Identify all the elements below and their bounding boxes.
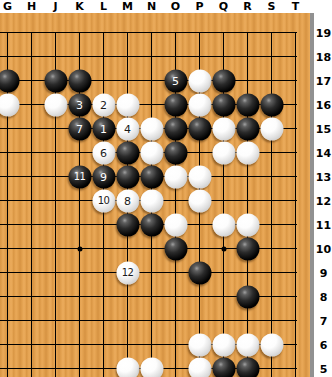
column-label-Q: Q	[219, 0, 228, 13]
stone-white-J16[interactable]	[44, 93, 67, 116]
stone-black-S16[interactable]	[260, 93, 283, 116]
stone-black-O10[interactable]	[164, 237, 187, 260]
column-label-S: S	[268, 0, 276, 13]
stone-white-M5[interactable]	[116, 357, 139, 377]
row-label-15: 15	[315, 122, 332, 135]
row-label-18: 18	[315, 50, 332, 63]
stone-white-M9[interactable]: 12	[116, 261, 139, 284]
stone-black-R15[interactable]	[236, 117, 259, 140]
stone-white-S6[interactable]	[260, 333, 283, 356]
stone-white-P6[interactable]	[188, 333, 211, 356]
row-label-17: 17	[315, 74, 332, 87]
stone-white-M12[interactable]: 8	[116, 189, 139, 212]
row-label-16: 16	[315, 98, 332, 111]
stone-black-P9[interactable]	[188, 261, 211, 284]
grid-hline-7	[0, 320, 297, 321]
stone-black-N11[interactable]	[140, 213, 163, 236]
grid-hline-9	[0, 272, 297, 273]
stone-black-R5[interactable]	[236, 357, 259, 377]
star-point-Q10	[221, 246, 226, 251]
stone-white-Q11[interactable]	[212, 213, 235, 236]
grid-vline-S	[271, 32, 272, 377]
stone-white-Q6[interactable]	[212, 333, 235, 356]
move-number: 3	[76, 99, 83, 110]
stone-black-L15[interactable]: 1	[92, 117, 115, 140]
column-label-T: T	[292, 0, 300, 13]
move-number: 6	[100, 147, 107, 158]
stone-white-O13[interactable]	[164, 165, 187, 188]
stone-black-M13[interactable]	[116, 165, 139, 188]
stone-black-O14[interactable]	[164, 141, 187, 164]
row-label-5: 5	[315, 362, 332, 375]
stone-white-S15[interactable]	[260, 117, 283, 140]
column-label-G: G	[3, 0, 12, 13]
column-label-O: O	[171, 0, 180, 13]
move-number: 10	[98, 196, 110, 206]
move-number: 7	[76, 123, 83, 134]
column-label-R: R	[243, 0, 251, 13]
row-label-8: 8	[315, 290, 332, 303]
stone-white-N12[interactable]	[140, 189, 163, 212]
column-label-M: M	[122, 0, 133, 13]
stone-black-R10[interactable]	[236, 237, 259, 260]
stone-white-N5[interactable]	[140, 357, 163, 377]
stone-white-P16[interactable]	[188, 93, 211, 116]
stone-white-M16[interactable]	[116, 93, 139, 116]
column-label-P: P	[195, 0, 203, 13]
stone-white-Q15[interactable]	[212, 117, 235, 140]
column-label-N: N	[147, 0, 156, 13]
row-label-19: 19	[315, 26, 332, 39]
stone-black-O17[interactable]: 5	[164, 69, 187, 92]
stone-black-O16[interactable]	[164, 93, 187, 116]
row-label-13: 13	[315, 170, 332, 183]
stone-black-Q5[interactable]	[212, 357, 235, 377]
stone-black-K15[interactable]: 7	[68, 117, 91, 140]
row-label-10: 10	[315, 242, 332, 255]
stone-white-R14[interactable]	[236, 141, 259, 164]
move-number: 12	[122, 268, 134, 278]
stone-black-K16[interactable]: 3	[68, 93, 91, 116]
row-label-12: 12	[315, 194, 332, 207]
stone-white-R6[interactable]	[236, 333, 259, 356]
column-label-J: J	[53, 0, 57, 13]
stone-white-L12[interactable]: 10	[92, 189, 115, 212]
row-label-7: 7	[315, 314, 332, 327]
grid-vline-R	[247, 32, 248, 377]
grid-vline-H	[31, 32, 32, 377]
stone-white-L14[interactable]: 6	[92, 141, 115, 164]
row-label-11: 11	[315, 218, 332, 231]
go-diagram: 532714611910812 GHJKLMNOPQRST19181716151…	[0, 0, 332, 377]
stone-black-Q16[interactable]	[212, 93, 235, 116]
row-label-6: 6	[315, 338, 332, 351]
stone-black-J17[interactable]	[44, 69, 67, 92]
stone-black-L13[interactable]: 9	[92, 165, 115, 188]
column-label-H: H	[27, 0, 36, 13]
stone-white-P13[interactable]	[188, 165, 211, 188]
stone-white-P5[interactable]	[188, 357, 211, 377]
column-label-K: K	[75, 0, 84, 13]
move-number: 1	[100, 123, 107, 134]
grid-vline-T	[295, 32, 296, 377]
board-edge-shadow	[310, 13, 314, 377]
move-number: 2	[100, 99, 107, 110]
move-number: 11	[74, 172, 86, 182]
stone-black-N13[interactable]	[140, 165, 163, 188]
row-label-14: 14	[315, 146, 332, 159]
stone-white-R11[interactable]	[236, 213, 259, 236]
stone-black-M14[interactable]	[116, 141, 139, 164]
stone-black-P15[interactable]	[188, 117, 211, 140]
stone-white-P12[interactable]	[188, 189, 211, 212]
grid-hline-18	[0, 56, 297, 57]
stone-white-P17[interactable]	[188, 69, 211, 92]
column-label-L: L	[100, 0, 107, 13]
stone-white-M15[interactable]: 4	[116, 117, 139, 140]
stone-white-N14[interactable]	[140, 141, 163, 164]
move-number: 9	[100, 171, 107, 182]
stone-black-Q17[interactable]	[212, 69, 235, 92]
move-number: 4	[124, 123, 131, 134]
stone-white-L16[interactable]: 2	[92, 93, 115, 116]
stone-black-R16[interactable]	[236, 93, 259, 116]
grid-hline-19	[0, 32, 297, 33]
row-label-9: 9	[315, 266, 332, 279]
stone-black-K13[interactable]: 11	[68, 165, 91, 188]
stone-black-O15[interactable]	[164, 117, 187, 140]
stone-white-O11[interactable]	[164, 213, 187, 236]
stone-black-M11[interactable]	[116, 213, 139, 236]
stone-white-Q14[interactable]	[212, 141, 235, 164]
stone-black-R8[interactable]	[236, 285, 259, 308]
stone-white-N15[interactable]	[140, 117, 163, 140]
move-number: 8	[124, 195, 131, 206]
stone-black-K17[interactable]	[68, 69, 91, 92]
star-point-K10	[77, 246, 82, 251]
move-number: 5	[172, 75, 179, 86]
